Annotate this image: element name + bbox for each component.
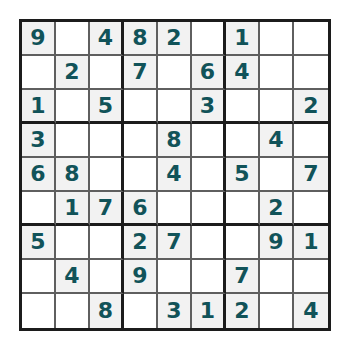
cell-r5c8[interactable] (260, 158, 294, 192)
cell-r3c7[interactable] (226, 90, 260, 124)
cell-r4c4[interactable] (124, 124, 158, 158)
cell-r7c2[interactable] (56, 226, 90, 260)
cell-r7c3[interactable] (90, 226, 124, 260)
cell-r2c8[interactable] (260, 56, 294, 90)
cell-r9c6: 1 (192, 294, 226, 328)
cell-r1c2[interactable] (56, 22, 90, 56)
cell-r9c4[interactable] (124, 294, 158, 328)
cell-r3c2[interactable] (56, 90, 90, 124)
cell-r2c4: 7 (124, 56, 158, 90)
cell-r6c1[interactable] (22, 192, 56, 226)
cell-r1c7: 1 (226, 22, 260, 56)
cell-r9c8[interactable] (260, 294, 294, 328)
cell-r1c6[interactable] (192, 22, 226, 56)
cell-r2c3[interactable] (90, 56, 124, 90)
cell-r8c2: 4 (56, 260, 90, 294)
cell-r4c9[interactable] (294, 124, 328, 158)
cell-r3c6: 3 (192, 90, 226, 124)
cell-r8c1[interactable] (22, 260, 56, 294)
cell-r5c1: 6 (22, 158, 56, 192)
cell-r4c5: 8 (158, 124, 192, 158)
cell-r6c4: 6 (124, 192, 158, 226)
cell-r7c5: 7 (158, 226, 192, 260)
sudoku-board: 94821276415323846845717625279149783124 (19, 19, 331, 331)
cell-r2c6: 6 (192, 56, 226, 90)
cell-r8c8[interactable] (260, 260, 294, 294)
cell-r1c3: 4 (90, 22, 124, 56)
cell-r2c1[interactable] (22, 56, 56, 90)
cell-r6c7[interactable] (226, 192, 260, 226)
cell-r5c6[interactable] (192, 158, 226, 192)
cell-r9c1[interactable] (22, 294, 56, 328)
cell-r8c9[interactable] (294, 260, 328, 294)
cell-r2c9[interactable] (294, 56, 328, 90)
cell-r2c7: 4 (226, 56, 260, 90)
cell-r4c1: 3 (22, 124, 56, 158)
cell-r1c1: 9 (22, 22, 56, 56)
cell-r1c8[interactable] (260, 22, 294, 56)
cell-r5c9: 7 (294, 158, 328, 192)
cell-r8c7: 7 (226, 260, 260, 294)
cell-r7c9: 1 (294, 226, 328, 260)
cell-r6c6[interactable] (192, 192, 226, 226)
cell-r5c5: 4 (158, 158, 192, 192)
page: 94821276415323846845717625279149783124 (0, 0, 350, 350)
cell-r9c5: 3 (158, 294, 192, 328)
cell-r8c6[interactable] (192, 260, 226, 294)
cell-r3c3: 5 (90, 90, 124, 124)
cell-r9c2[interactable] (56, 294, 90, 328)
cell-r5c4[interactable] (124, 158, 158, 192)
cell-r1c5: 2 (158, 22, 192, 56)
cell-r6c9[interactable] (294, 192, 328, 226)
cell-r1c4: 8 (124, 22, 158, 56)
cell-r6c2: 1 (56, 192, 90, 226)
cell-r8c4: 9 (124, 260, 158, 294)
cell-r5c7: 5 (226, 158, 260, 192)
cell-r9c9: 4 (294, 294, 328, 328)
cell-r8c5[interactable] (158, 260, 192, 294)
cell-r3c4[interactable] (124, 90, 158, 124)
cell-r7c4: 2 (124, 226, 158, 260)
cell-r4c2[interactable] (56, 124, 90, 158)
cell-r5c3[interactable] (90, 158, 124, 192)
cell-r7c8: 9 (260, 226, 294, 260)
cell-r7c6[interactable] (192, 226, 226, 260)
cell-r4c3[interactable] (90, 124, 124, 158)
cell-r8c3[interactable] (90, 260, 124, 294)
cell-r6c5[interactable] (158, 192, 192, 226)
cell-r7c7[interactable] (226, 226, 260, 260)
cell-r3c9: 2 (294, 90, 328, 124)
cell-r2c2: 2 (56, 56, 90, 90)
cell-r3c5[interactable] (158, 90, 192, 124)
cell-r4c7[interactable] (226, 124, 260, 158)
cell-r4c8: 4 (260, 124, 294, 158)
cell-r1c9[interactable] (294, 22, 328, 56)
cell-r5c2: 8 (56, 158, 90, 192)
cell-r9c3: 8 (90, 294, 124, 328)
cell-r3c1: 1 (22, 90, 56, 124)
cell-r7c1: 5 (22, 226, 56, 260)
cell-r4c6[interactable] (192, 124, 226, 158)
cell-r3c8[interactable] (260, 90, 294, 124)
cell-r2c5[interactable] (158, 56, 192, 90)
cell-r6c8: 2 (260, 192, 294, 226)
cell-r6c3: 7 (90, 192, 124, 226)
cell-r9c7: 2 (226, 294, 260, 328)
